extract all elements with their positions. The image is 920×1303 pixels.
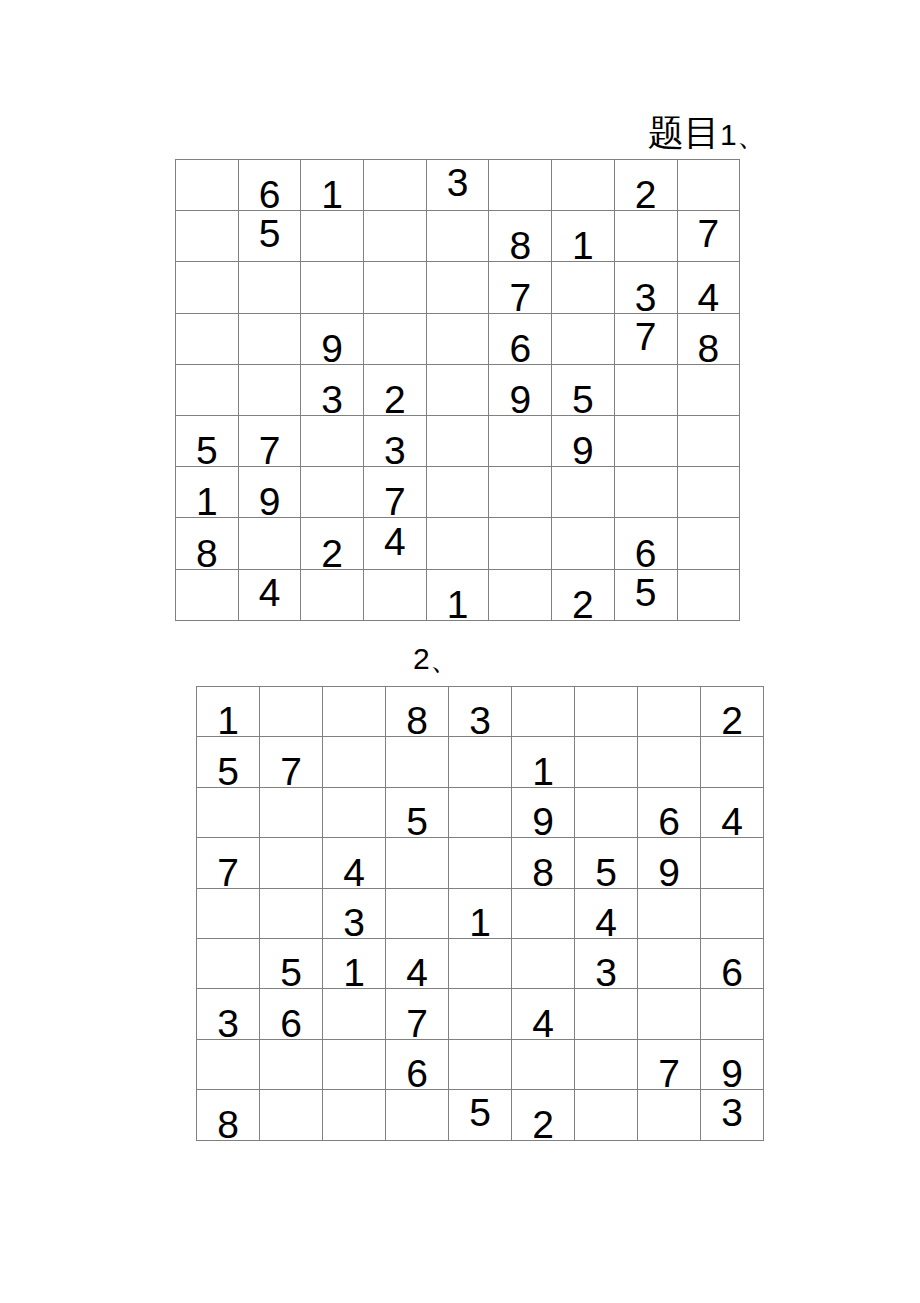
puzzle-2-cell-r6c5 bbox=[449, 939, 512, 989]
given-digit: 6 bbox=[509, 329, 531, 368]
puzzle-2-cell-r9c4 bbox=[386, 1090, 449, 1140]
puzzle-1-cell-r6c2: 7 bbox=[239, 416, 302, 467]
puzzle-1-cell-r8c5 bbox=[427, 518, 490, 569]
puzzle-2-cell-r3c1 bbox=[197, 788, 260, 838]
puzzle-1-cell-r2c6: 8 bbox=[489, 211, 552, 262]
puzzle-1-cell-r7c9 bbox=[678, 467, 741, 518]
puzzle-1-cell-r2c5 bbox=[427, 211, 490, 262]
given-digit: 2 bbox=[635, 175, 657, 214]
puzzle-1-cell-r8c2 bbox=[239, 518, 302, 569]
puzzle-2-cell-r9c7 bbox=[575, 1090, 638, 1140]
given-digit: 7 bbox=[384, 482, 406, 521]
puzzle-2-cell-r1c2 bbox=[260, 687, 323, 737]
puzzle-2-cell-r6c4: 4 bbox=[386, 939, 449, 989]
puzzle-2-cell-r3c3 bbox=[323, 788, 386, 838]
given-digit: 1 bbox=[447, 585, 469, 624]
puzzle-1-cell-r6c1: 5 bbox=[176, 416, 239, 467]
puzzle-1-cell-r3c9: 4 bbox=[678, 262, 741, 313]
given-digit: 1 bbox=[196, 482, 218, 521]
puzzle-1-cell-r5c3: 3 bbox=[301, 365, 364, 416]
puzzle-1-cell-r9c1 bbox=[176, 570, 239, 621]
puzzle-2-cell-r7c7 bbox=[575, 989, 638, 1039]
puzzle-2-cell-r2c6: 1 bbox=[512, 737, 575, 787]
puzzle-2-cell-r5c8 bbox=[638, 889, 701, 939]
puzzle-2-cell-r4c7: 5 bbox=[575, 838, 638, 888]
puzzle-1-cell-r3c8: 3 bbox=[615, 262, 678, 313]
puzzle-2-cell-r2c4 bbox=[386, 737, 449, 787]
given-digit: 8 bbox=[406, 701, 428, 740]
given-digit: 7 bbox=[635, 317, 657, 356]
given-digit: 9 bbox=[321, 329, 343, 368]
puzzle-2-cell-r2c3 bbox=[323, 737, 386, 787]
puzzle-2-cell-r5c5: 1 bbox=[449, 889, 512, 939]
puzzle-2-cell-r2c7 bbox=[575, 737, 638, 787]
puzzle-2-cell-r9c9: 3 bbox=[701, 1090, 764, 1140]
puzzle-2-cell-r8c3 bbox=[323, 1040, 386, 1090]
given-digit: 6 bbox=[635, 534, 657, 573]
puzzle-1-cell-r6c4: 3 bbox=[364, 416, 427, 467]
given-digit: 5 bbox=[572, 380, 594, 419]
puzzle-2-cell-r1c8 bbox=[638, 687, 701, 737]
puzzle-1-cell-r5c2 bbox=[239, 365, 302, 416]
puzzle-1-cell-r9c2: 4 bbox=[239, 570, 302, 621]
given-digit: 2 bbox=[384, 380, 406, 419]
puzzle-1-cell-r3c6: 7 bbox=[489, 262, 552, 313]
puzzle-1-cell-r5c5 bbox=[427, 365, 490, 416]
puzzle-2-cell-r7c2: 6 bbox=[260, 989, 323, 1039]
given-digit: 8 bbox=[532, 853, 554, 892]
puzzle-1-cell-r4c8: 7 bbox=[615, 314, 678, 365]
puzzle-2-cell-r3c4: 5 bbox=[386, 788, 449, 838]
puzzle-1-cell-r1c8: 2 bbox=[615, 160, 678, 211]
given-digit: 5 bbox=[280, 953, 302, 992]
puzzle-2-cell-r3c5 bbox=[449, 788, 512, 838]
sudoku-board-2: 18325715964748593145143636746798523 bbox=[196, 686, 764, 1141]
puzzle-2-cell-r5c3: 3 bbox=[323, 889, 386, 939]
puzzle-1-cell-r2c4 bbox=[364, 211, 427, 262]
puzzle-1-cell-r4c6: 6 bbox=[489, 314, 552, 365]
given-digit: 6 bbox=[406, 1054, 428, 1093]
puzzle-2-cell-r1c6 bbox=[512, 687, 575, 737]
given-digit: 5 bbox=[469, 1093, 491, 1132]
puzzle-1-cell-r3c4 bbox=[364, 262, 427, 313]
puzzle-1-cell-r3c3 bbox=[301, 262, 364, 313]
given-digit: 9 bbox=[509, 380, 531, 419]
puzzle-1-cell-r1c7 bbox=[552, 160, 615, 211]
puzzle-1-cell-r9c9 bbox=[678, 570, 741, 621]
puzzle-1-cell-r8c7 bbox=[552, 518, 615, 569]
given-digit: 4 bbox=[259, 573, 281, 612]
puzzle-1-cell-r5c6: 9 bbox=[489, 365, 552, 416]
puzzle-1-cell-r7c7 bbox=[552, 467, 615, 518]
puzzle-1-cell-r7c2: 9 bbox=[239, 467, 302, 518]
puzzle-2-cell-r1c5: 3 bbox=[449, 687, 512, 737]
puzzle-2-cell-r6c3: 1 bbox=[323, 939, 386, 989]
puzzle-2-cell-r7c9 bbox=[701, 989, 764, 1039]
puzzle-1-cell-r1c6 bbox=[489, 160, 552, 211]
given-digit: 1 bbox=[532, 752, 554, 791]
puzzle-1-cell-r1c2: 6 bbox=[239, 160, 302, 211]
given-digit: 7 bbox=[280, 752, 302, 791]
puzzle-1-cell-r1c1 bbox=[176, 160, 239, 211]
puzzle-1-cell-r2c1 bbox=[176, 211, 239, 262]
given-digit: 7 bbox=[658, 1054, 680, 1093]
puzzle-1-cell-r7c1: 1 bbox=[176, 467, 239, 518]
puzzle-1-cell-r2c8 bbox=[615, 211, 678, 262]
puzzle-2-cell-r5c2 bbox=[260, 889, 323, 939]
given-digit: 1 bbox=[343, 953, 365, 992]
puzzle-2-cell-r5c7: 4 bbox=[575, 889, 638, 939]
given-digit: 7 bbox=[697, 214, 719, 253]
puzzle-2-cell-r7c3 bbox=[323, 989, 386, 1039]
puzzle-1-cell-r6c7: 9 bbox=[552, 416, 615, 467]
given-digit: 9 bbox=[658, 853, 680, 892]
puzzle-2-cell-r2c9 bbox=[701, 737, 764, 787]
puzzle-2-cell-r7c5 bbox=[449, 989, 512, 1039]
sudoku-board-1: 6132581773496783295573919782464125 bbox=[175, 159, 740, 621]
given-digit: 9 bbox=[532, 802, 554, 841]
given-digit: 6 bbox=[259, 175, 281, 214]
given-digit: 9 bbox=[721, 1054, 743, 1093]
given-digit: 6 bbox=[658, 802, 680, 841]
puzzle-1-cell-r4c5 bbox=[427, 314, 490, 365]
given-digit: 6 bbox=[280, 1004, 302, 1043]
puzzle-1-cell-r4c4 bbox=[364, 314, 427, 365]
given-digit: 5 bbox=[406, 802, 428, 841]
puzzle-2-cell-r7c6: 4 bbox=[512, 989, 575, 1039]
puzzle-1-cell-r8c8: 6 bbox=[615, 518, 678, 569]
puzzle-1-cell-r8c6 bbox=[489, 518, 552, 569]
puzzle-2-cell-r4c5 bbox=[449, 838, 512, 888]
given-digit: 3 bbox=[469, 701, 491, 740]
puzzle-2-cell-r3c8: 6 bbox=[638, 788, 701, 838]
puzzle-1-cell-r5c9 bbox=[678, 365, 741, 416]
puzzle-1-cell-r1c4 bbox=[364, 160, 427, 211]
puzzle-1-cell-r1c5: 3 bbox=[427, 160, 490, 211]
puzzle-1-cell-r6c5 bbox=[427, 416, 490, 467]
given-digit: 4 bbox=[595, 903, 617, 942]
puzzle-1-cell-r1c9 bbox=[678, 160, 741, 211]
puzzle-1-cell-r3c1 bbox=[176, 262, 239, 313]
given-digit: 3 bbox=[595, 953, 617, 992]
puzzle-2-cell-r6c8 bbox=[638, 939, 701, 989]
puzzle-2-cell-r8c9: 9 bbox=[701, 1040, 764, 1090]
puzzle-1-cell-r8c4: 4 bbox=[364, 518, 427, 569]
given-digit: 3 bbox=[447, 163, 469, 202]
puzzle-1-cell-r4c2 bbox=[239, 314, 302, 365]
puzzle-2-cell-r9c2 bbox=[260, 1090, 323, 1140]
given-digit: 7 bbox=[406, 1004, 428, 1043]
given-digit: 8 bbox=[697, 329, 719, 368]
puzzle-2-cell-r4c2 bbox=[260, 838, 323, 888]
puzzle-2-cell-r9c6: 2 bbox=[512, 1090, 575, 1140]
given-digit: 3 bbox=[217, 1004, 239, 1043]
puzzle-2-cell-r5c1 bbox=[197, 889, 260, 939]
puzzle-1-cell-r2c9: 7 bbox=[678, 211, 741, 262]
puzzle-2-cell-r5c4 bbox=[386, 889, 449, 939]
puzzle-2-cell-r4c9 bbox=[701, 838, 764, 888]
given-digit: 2 bbox=[321, 534, 343, 573]
puzzle-1-cell-r1c3: 1 bbox=[301, 160, 364, 211]
puzzle-1-cell-r7c6 bbox=[489, 467, 552, 518]
puzzle-2-cell-r1c1: 1 bbox=[197, 687, 260, 737]
puzzle-1-cell-r9c3 bbox=[301, 570, 364, 621]
puzzle-2-cell-r3c6: 9 bbox=[512, 788, 575, 838]
puzzle-2-cell-r6c9: 6 bbox=[701, 939, 764, 989]
puzzle-1-cell-r7c5 bbox=[427, 467, 490, 518]
puzzle-2-cell-r8c6 bbox=[512, 1040, 575, 1090]
puzzle-1-cell-r9c5: 1 bbox=[427, 570, 490, 621]
puzzle-2-cell-r3c7 bbox=[575, 788, 638, 838]
given-digit: 3 bbox=[721, 1093, 743, 1132]
puzzle-2-cell-r2c8 bbox=[638, 737, 701, 787]
given-digit: 5 bbox=[217, 752, 239, 791]
puzzle1-number-label: 1、 bbox=[720, 118, 767, 153]
puzzle-2-cell-r4c1: 7 bbox=[197, 838, 260, 888]
given-digit: 2 bbox=[721, 701, 743, 740]
puzzle-1-cell-r9c8: 5 bbox=[615, 570, 678, 621]
given-digit: 8 bbox=[196, 534, 218, 573]
puzzle-2-cell-r2c2: 7 bbox=[260, 737, 323, 787]
puzzle-2-cell-r9c5: 5 bbox=[449, 1090, 512, 1140]
puzzle-1-cell-r9c7: 2 bbox=[552, 570, 615, 621]
given-digit: 9 bbox=[572, 431, 594, 470]
given-digit: 4 bbox=[721, 802, 743, 841]
puzzle-2-cell-r3c9: 4 bbox=[701, 788, 764, 838]
given-digit: 5 bbox=[595, 853, 617, 892]
given-digit: 1 bbox=[469, 903, 491, 942]
puzzle-1-cell-r4c9: 8 bbox=[678, 314, 741, 365]
given-digit: 1 bbox=[217, 701, 239, 740]
puzzle-2-cell-r7c8 bbox=[638, 989, 701, 1039]
given-digit: 6 bbox=[721, 953, 743, 992]
given-digit: 4 bbox=[406, 953, 428, 992]
puzzle-2-cell-r8c1 bbox=[197, 1040, 260, 1090]
given-digit: 4 bbox=[343, 853, 365, 892]
puzzle-1-cell-r8c9 bbox=[678, 518, 741, 569]
puzzle-2-cell-r2c1: 5 bbox=[197, 737, 260, 787]
puzzle-2-cell-r6c2: 5 bbox=[260, 939, 323, 989]
given-digit: 5 bbox=[635, 573, 657, 612]
given-digit: 5 bbox=[259, 214, 281, 253]
puzzle-2-cell-r1c9: 2 bbox=[701, 687, 764, 737]
puzzle-2-cell-r3c2 bbox=[260, 788, 323, 838]
puzzle-2-cell-r4c8: 9 bbox=[638, 838, 701, 888]
puzzle-1-cell-r7c4: 7 bbox=[364, 467, 427, 518]
given-digit: 3 bbox=[384, 431, 406, 470]
puzzle-1-cell-r3c7 bbox=[552, 262, 615, 313]
puzzle-2-cell-r4c4 bbox=[386, 838, 449, 888]
given-digit: 3 bbox=[635, 278, 657, 317]
given-digit: 1 bbox=[321, 175, 343, 214]
puzzle-2-cell-r1c4: 8 bbox=[386, 687, 449, 737]
given-digit: 7 bbox=[217, 853, 239, 892]
title-prefix-text: 题目 bbox=[648, 112, 720, 153]
given-digit: 7 bbox=[259, 431, 281, 470]
given-digit: 4 bbox=[384, 522, 406, 561]
puzzle-1-cell-r5c7: 5 bbox=[552, 365, 615, 416]
puzzle-2-cell-r8c4: 6 bbox=[386, 1040, 449, 1090]
page-title: 题目1、 bbox=[648, 112, 767, 153]
puzzle-1-cell-r6c8 bbox=[615, 416, 678, 467]
puzzle-1-cell-r8c1: 8 bbox=[176, 518, 239, 569]
puzzle-2-cell-r5c6 bbox=[512, 889, 575, 939]
puzzle-1-cell-r7c3 bbox=[301, 467, 364, 518]
given-digit: 7 bbox=[509, 278, 531, 317]
given-digit: 3 bbox=[321, 380, 343, 419]
puzzle-1-cell-r6c9 bbox=[678, 416, 741, 467]
given-digit: 3 bbox=[343, 903, 365, 942]
given-digit: 2 bbox=[572, 585, 594, 624]
given-digit: 5 bbox=[196, 431, 218, 470]
given-digit: 8 bbox=[217, 1105, 239, 1144]
puzzle-1-cell-r2c3 bbox=[301, 211, 364, 262]
given-digit: 2 bbox=[532, 1105, 554, 1144]
given-digit: 9 bbox=[259, 482, 281, 521]
puzzle-1-cell-r8c3: 2 bbox=[301, 518, 364, 569]
puzzle-2-cell-r6c6 bbox=[512, 939, 575, 989]
puzzle-2-cell-r1c3 bbox=[323, 687, 386, 737]
puzzle-1-cell-r2c7: 1 bbox=[552, 211, 615, 262]
puzzle-2-cell-r8c5 bbox=[449, 1040, 512, 1090]
puzzle-1-cell-r9c6 bbox=[489, 570, 552, 621]
given-digit: 1 bbox=[572, 226, 594, 265]
puzzle-1-cell-r3c5 bbox=[427, 262, 490, 313]
puzzle-1-cell-r2c2: 5 bbox=[239, 211, 302, 262]
puzzle-2-cell-r8c8: 7 bbox=[638, 1040, 701, 1090]
puzzle-2-cell-r9c3 bbox=[323, 1090, 386, 1140]
puzzle-2-cell-r4c6: 8 bbox=[512, 838, 575, 888]
puzzle-1-cell-r5c1 bbox=[176, 365, 239, 416]
puzzle-2-cell-r6c1 bbox=[197, 939, 260, 989]
puzzle-2-cell-r7c4: 7 bbox=[386, 989, 449, 1039]
puzzle-2-cell-r8c7 bbox=[575, 1040, 638, 1090]
puzzle-2-cell-r1c7 bbox=[575, 687, 638, 737]
puzzle-1-cell-r6c3 bbox=[301, 416, 364, 467]
puzzle-2-cell-r9c8 bbox=[638, 1090, 701, 1140]
puzzle-2-cell-r2c5 bbox=[449, 737, 512, 787]
puzzle-1-cell-r4c7 bbox=[552, 314, 615, 365]
puzzle-2-cell-r9c1: 8 bbox=[197, 1090, 260, 1140]
puzzle-2-cell-r4c3: 4 bbox=[323, 838, 386, 888]
puzzle-1-cell-r9c4 bbox=[364, 570, 427, 621]
given-digit: 4 bbox=[532, 1004, 554, 1043]
puzzle2-number-label: 2、 bbox=[413, 642, 460, 677]
puzzle-2-cell-r6c7: 3 bbox=[575, 939, 638, 989]
puzzle-1-cell-r3c2 bbox=[239, 262, 302, 313]
puzzle-1-cell-r4c1 bbox=[176, 314, 239, 365]
puzzle-1-cell-r7c8 bbox=[615, 467, 678, 518]
puzzle-1-cell-r5c4: 2 bbox=[364, 365, 427, 416]
puzzle-2-cell-r8c2 bbox=[260, 1040, 323, 1090]
puzzle-1-cell-r6c6 bbox=[489, 416, 552, 467]
puzzle-1-cell-r5c8 bbox=[615, 365, 678, 416]
puzzle-2-cell-r7c1: 3 bbox=[197, 989, 260, 1039]
puzzle-2-cell-r5c9 bbox=[701, 889, 764, 939]
given-digit: 8 bbox=[509, 226, 531, 265]
puzzle-1-cell-r4c3: 9 bbox=[301, 314, 364, 365]
given-digit: 4 bbox=[697, 278, 719, 317]
